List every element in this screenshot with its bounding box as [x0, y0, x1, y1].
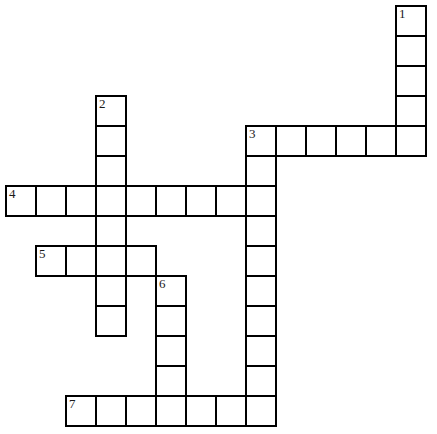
cell[interactable]: [305, 125, 337, 157]
cell[interactable]: [395, 35, 427, 67]
cell[interactable]: [245, 365, 277, 397]
cell[interactable]: [95, 155, 127, 187]
cell[interactable]: [245, 395, 277, 427]
cell[interactable]: [245, 155, 277, 187]
cell[interactable]: [395, 65, 427, 97]
cell[interactable]: [395, 95, 427, 127]
cell[interactable]: [95, 185, 127, 217]
cell[interactable]: 7: [65, 395, 97, 427]
clue-number: 7: [69, 397, 76, 411]
cell[interactable]: [155, 335, 187, 367]
cell[interactable]: [215, 185, 247, 217]
cell[interactable]: [245, 185, 277, 217]
cell[interactable]: [95, 275, 127, 307]
cell[interactable]: [95, 215, 127, 247]
cell[interactable]: 5: [35, 245, 67, 277]
cell[interactable]: [95, 395, 127, 427]
clue-number: 1: [399, 7, 406, 21]
cell[interactable]: [245, 275, 277, 307]
cell[interactable]: [155, 365, 187, 397]
cell[interactable]: 6: [155, 275, 187, 307]
cell[interactable]: [185, 185, 217, 217]
clue-number: 3: [249, 127, 256, 141]
cell[interactable]: [155, 395, 187, 427]
cell[interactable]: [245, 305, 277, 337]
cell[interactable]: [65, 185, 97, 217]
cell[interactable]: [215, 395, 247, 427]
cell[interactable]: [125, 395, 157, 427]
cell[interactable]: [95, 305, 127, 337]
cell[interactable]: [275, 125, 307, 157]
cell[interactable]: [95, 245, 127, 277]
clue-number: 4: [9, 187, 16, 201]
clue-number: 5: [39, 247, 46, 261]
cell[interactable]: [95, 125, 127, 157]
cell[interactable]: [125, 185, 157, 217]
clue-number: 6: [159, 277, 166, 291]
cell[interactable]: [155, 305, 187, 337]
cell[interactable]: [65, 245, 97, 277]
cell[interactable]: [155, 185, 187, 217]
cell[interactable]: [185, 395, 217, 427]
cell[interactable]: 3: [245, 125, 277, 157]
cell[interactable]: [125, 245, 157, 277]
cell[interactable]: [245, 215, 277, 247]
crossword-board: 1234567: [0, 0, 437, 434]
cell[interactable]: 1: [395, 5, 427, 37]
cell[interactable]: [335, 125, 367, 157]
cell[interactable]: 4: [5, 185, 37, 217]
cell[interactable]: [365, 125, 397, 157]
cell[interactable]: 2: [95, 95, 127, 127]
cell[interactable]: [395, 125, 427, 157]
clue-number: 2: [99, 97, 106, 111]
cell[interactable]: [245, 245, 277, 277]
cell[interactable]: [35, 185, 67, 217]
cell[interactable]: [245, 335, 277, 367]
